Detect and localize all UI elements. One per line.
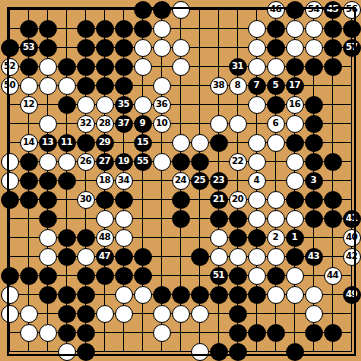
- board-intersection[interactable]: [0, 152, 19, 171]
- board-intersection[interactable]: [228, 114, 247, 133]
- board-intersection[interactable]: [0, 266, 19, 285]
- board-intersection[interactable]: [19, 304, 38, 323]
- board-intersection[interactable]: 50: [0, 76, 19, 95]
- board-intersection[interactable]: [57, 114, 76, 133]
- board-intersection[interactable]: [171, 209, 190, 228]
- board-intersection[interactable]: [19, 0, 38, 19]
- board-intersection[interactable]: [114, 209, 133, 228]
- board-intersection[interactable]: [266, 266, 285, 285]
- board-intersection[interactable]: [190, 152, 209, 171]
- board-intersection[interactable]: [57, 38, 76, 57]
- board-intersection[interactable]: [114, 19, 133, 38]
- board-intersection[interactable]: 48: [95, 228, 114, 247]
- board-intersection[interactable]: [114, 266, 133, 285]
- board-intersection[interactable]: [57, 95, 76, 114]
- board-intersection[interactable]: 54: [304, 0, 323, 19]
- board-intersection[interactable]: [323, 285, 342, 304]
- board-intersection[interactable]: [38, 57, 57, 76]
- board-intersection[interactable]: [19, 171, 38, 190]
- board-intersection[interactable]: [114, 323, 133, 342]
- board-intersection[interactable]: [285, 285, 304, 304]
- board-intersection[interactable]: [38, 209, 57, 228]
- board-intersection[interactable]: [285, 38, 304, 57]
- board-intersection[interactable]: [95, 285, 114, 304]
- board-intersection[interactable]: [133, 38, 152, 57]
- board-intersection[interactable]: [342, 323, 361, 342]
- board-intersection[interactable]: [209, 342, 228, 361]
- board-intersection[interactable]: [171, 114, 190, 133]
- board-intersection[interactable]: [152, 323, 171, 342]
- board-intersection[interactable]: [38, 19, 57, 38]
- board-intersection[interactable]: [285, 0, 304, 19]
- board-intersection[interactable]: [190, 342, 209, 361]
- board-intersection[interactable]: [19, 19, 38, 38]
- board-intersection[interactable]: [228, 133, 247, 152]
- board-intersection[interactable]: [323, 171, 342, 190]
- board-intersection[interactable]: [0, 342, 19, 361]
- board-intersection[interactable]: [152, 57, 171, 76]
- board-intersection[interactable]: 32: [76, 114, 95, 133]
- board-intersection[interactable]: [190, 57, 209, 76]
- board-intersection[interactable]: [152, 0, 171, 19]
- board-intersection[interactable]: [190, 95, 209, 114]
- board-intersection[interactable]: [133, 171, 152, 190]
- board-intersection[interactable]: [323, 152, 342, 171]
- board-intersection[interactable]: [152, 171, 171, 190]
- board-intersection[interactable]: [323, 247, 342, 266]
- board-intersection[interactable]: [304, 152, 323, 171]
- board-intersection[interactable]: [152, 342, 171, 361]
- board-intersection[interactable]: [323, 190, 342, 209]
- board-intersection[interactable]: [342, 95, 361, 114]
- board-intersection[interactable]: 5: [266, 76, 285, 95]
- board-intersection[interactable]: [133, 247, 152, 266]
- board-intersection[interactable]: [76, 76, 95, 95]
- board-intersection[interactable]: [304, 323, 323, 342]
- board-intersection[interactable]: [247, 285, 266, 304]
- board-intersection[interactable]: [247, 304, 266, 323]
- board-intersection[interactable]: [19, 152, 38, 171]
- board-intersection[interactable]: [133, 285, 152, 304]
- board-intersection[interactable]: [152, 285, 171, 304]
- board-intersection[interactable]: [76, 304, 95, 323]
- board-intersection[interactable]: 43: [304, 247, 323, 266]
- board-intersection[interactable]: [19, 57, 38, 76]
- board-intersection[interactable]: [0, 190, 19, 209]
- board-intersection[interactable]: 29: [95, 133, 114, 152]
- board-intersection[interactable]: [95, 57, 114, 76]
- board-intersection[interactable]: 40: [342, 228, 361, 247]
- board-intersection[interactable]: 35: [114, 95, 133, 114]
- board-intersection[interactable]: [304, 38, 323, 57]
- board-intersection[interactable]: [171, 152, 190, 171]
- board-intersection[interactable]: [133, 228, 152, 247]
- board-intersection[interactable]: [171, 57, 190, 76]
- board-intersection[interactable]: [152, 228, 171, 247]
- board-intersection[interactable]: [57, 57, 76, 76]
- board-intersection[interactable]: [190, 190, 209, 209]
- board-intersection[interactable]: 26: [76, 152, 95, 171]
- board-intersection[interactable]: 55: [133, 152, 152, 171]
- board-intersection[interactable]: [57, 247, 76, 266]
- board-intersection[interactable]: [76, 342, 95, 361]
- board-intersection[interactable]: [152, 304, 171, 323]
- board-intersection[interactable]: [190, 304, 209, 323]
- board-intersection[interactable]: [0, 304, 19, 323]
- board-intersection[interactable]: [342, 152, 361, 171]
- board-intersection[interactable]: [38, 0, 57, 19]
- board-intersection[interactable]: [0, 133, 19, 152]
- board-intersection[interactable]: [0, 0, 19, 19]
- board-intersection[interactable]: [285, 304, 304, 323]
- board-intersection[interactable]: [228, 209, 247, 228]
- board-intersection[interactable]: [171, 266, 190, 285]
- board-intersection[interactable]: [323, 76, 342, 95]
- board-intersection[interactable]: [152, 133, 171, 152]
- board-intersection[interactable]: [133, 304, 152, 323]
- board-intersection[interactable]: 52: [0, 57, 19, 76]
- board-intersection[interactable]: [19, 247, 38, 266]
- board-intersection[interactable]: 9: [133, 114, 152, 133]
- board-intersection[interactable]: [95, 76, 114, 95]
- board-intersection[interactable]: [171, 228, 190, 247]
- board-intersection[interactable]: 38: [209, 76, 228, 95]
- board-intersection[interactable]: [323, 38, 342, 57]
- board-intersection[interactable]: [76, 38, 95, 57]
- board-intersection[interactable]: [266, 304, 285, 323]
- board-intersection[interactable]: [285, 266, 304, 285]
- board-intersection[interactable]: [38, 342, 57, 361]
- board-intersection[interactable]: [342, 190, 361, 209]
- board-intersection[interactable]: [133, 0, 152, 19]
- board-intersection[interactable]: [247, 57, 266, 76]
- board-intersection[interactable]: [266, 190, 285, 209]
- board-intersection[interactable]: [285, 152, 304, 171]
- board-intersection[interactable]: 46: [266, 0, 285, 19]
- board-intersection[interactable]: [190, 285, 209, 304]
- board-intersection[interactable]: [209, 0, 228, 19]
- board-intersection[interactable]: [323, 57, 342, 76]
- board-intersection[interactable]: [285, 209, 304, 228]
- board-intersection[interactable]: [19, 228, 38, 247]
- board-intersection[interactable]: [342, 57, 361, 76]
- board-intersection[interactable]: [171, 0, 190, 19]
- board-intersection[interactable]: [38, 114, 57, 133]
- board-intersection[interactable]: [190, 209, 209, 228]
- board-intersection[interactable]: [38, 285, 57, 304]
- board-intersection[interactable]: [228, 38, 247, 57]
- board-intersection[interactable]: [19, 76, 38, 95]
- board-intersection[interactable]: [247, 342, 266, 361]
- board-intersection[interactable]: [285, 114, 304, 133]
- board-intersection[interactable]: [19, 285, 38, 304]
- board-intersection[interactable]: [57, 342, 76, 361]
- board-intersection[interactable]: [285, 57, 304, 76]
- board-intersection[interactable]: [133, 323, 152, 342]
- board-intersection[interactable]: [19, 190, 38, 209]
- board-intersection[interactable]: 37: [114, 114, 133, 133]
- board-intersection[interactable]: [76, 247, 95, 266]
- board-intersection[interactable]: [323, 209, 342, 228]
- board-intersection[interactable]: [114, 57, 133, 76]
- board-intersection[interactable]: [152, 247, 171, 266]
- board-intersection[interactable]: [247, 247, 266, 266]
- board-intersection[interactable]: [171, 285, 190, 304]
- board-intersection[interactable]: 13: [38, 133, 57, 152]
- board-intersection[interactable]: [266, 323, 285, 342]
- board-intersection[interactable]: 7: [247, 76, 266, 95]
- board-intersection[interactable]: [342, 342, 361, 361]
- board-intersection[interactable]: [57, 266, 76, 285]
- board-intersection[interactable]: [247, 152, 266, 171]
- board-intersection[interactable]: [285, 133, 304, 152]
- board-intersection[interactable]: [95, 19, 114, 38]
- board-intersection[interactable]: 42: [342, 247, 361, 266]
- board-intersection[interactable]: [209, 209, 228, 228]
- board-intersection[interactable]: [247, 266, 266, 285]
- board-intersection[interactable]: [38, 266, 57, 285]
- board-intersection[interactable]: [266, 342, 285, 361]
- board-intersection[interactable]: [114, 190, 133, 209]
- board-intersection[interactable]: [171, 38, 190, 57]
- board-intersection[interactable]: [285, 19, 304, 38]
- board-intersection[interactable]: [114, 0, 133, 19]
- board-intersection[interactable]: [323, 304, 342, 323]
- board-intersection[interactable]: [133, 57, 152, 76]
- board-intersection[interactable]: [209, 38, 228, 57]
- board-intersection[interactable]: [171, 247, 190, 266]
- board-intersection[interactable]: [38, 152, 57, 171]
- board-intersection[interactable]: [95, 95, 114, 114]
- board-intersection[interactable]: 51: [209, 266, 228, 285]
- board-intersection[interactable]: 30: [76, 190, 95, 209]
- board-intersection[interactable]: [190, 133, 209, 152]
- board-intersection[interactable]: [57, 304, 76, 323]
- board-intersection[interactable]: [38, 190, 57, 209]
- board-intersection[interactable]: [171, 19, 190, 38]
- board-intersection[interactable]: 2: [266, 228, 285, 247]
- board-intersection[interactable]: [0, 247, 19, 266]
- board-intersection[interactable]: [114, 342, 133, 361]
- board-intersection[interactable]: 22: [228, 152, 247, 171]
- board-intersection[interactable]: 12: [19, 95, 38, 114]
- board-intersection[interactable]: [304, 342, 323, 361]
- board-intersection[interactable]: [76, 95, 95, 114]
- board-intersection[interactable]: 24: [171, 171, 190, 190]
- board-intersection[interactable]: 45: [323, 0, 342, 19]
- board-intersection[interactable]: [0, 95, 19, 114]
- board-intersection[interactable]: [76, 266, 95, 285]
- board-intersection[interactable]: [247, 190, 266, 209]
- board-intersection[interactable]: 44: [323, 266, 342, 285]
- board-intersection[interactable]: [114, 228, 133, 247]
- board-intersection[interactable]: [76, 133, 95, 152]
- board-intersection[interactable]: [76, 228, 95, 247]
- board-intersection[interactable]: [38, 38, 57, 57]
- board-intersection[interactable]: [266, 95, 285, 114]
- board-intersection[interactable]: [304, 266, 323, 285]
- board-intersection[interactable]: 27: [95, 152, 114, 171]
- board-intersection[interactable]: 1: [285, 228, 304, 247]
- board-intersection[interactable]: [228, 266, 247, 285]
- board-intersection[interactable]: [228, 304, 247, 323]
- board-intersection[interactable]: [209, 152, 228, 171]
- board-intersection[interactable]: 17: [285, 76, 304, 95]
- board-intersection[interactable]: [0, 228, 19, 247]
- board-intersection[interactable]: [171, 95, 190, 114]
- board-intersection[interactable]: [171, 133, 190, 152]
- board-intersection[interactable]: [228, 323, 247, 342]
- board-intersection[interactable]: [304, 285, 323, 304]
- board-intersection[interactable]: [285, 190, 304, 209]
- board-intersection[interactable]: [304, 76, 323, 95]
- board-intersection[interactable]: [247, 38, 266, 57]
- board-intersection[interactable]: [209, 114, 228, 133]
- board-intersection[interactable]: [38, 304, 57, 323]
- board-intersection[interactable]: [152, 152, 171, 171]
- board-intersection[interactable]: [266, 247, 285, 266]
- board-intersection[interactable]: [190, 0, 209, 19]
- board-intersection[interactable]: [285, 323, 304, 342]
- board-intersection[interactable]: [190, 266, 209, 285]
- board-intersection[interactable]: [57, 323, 76, 342]
- board-intersection[interactable]: [190, 228, 209, 247]
- board-intersection[interactable]: [95, 190, 114, 209]
- board-intersection[interactable]: [57, 19, 76, 38]
- board-intersection[interactable]: 28: [95, 114, 114, 133]
- board-intersection[interactable]: [57, 152, 76, 171]
- board-intersection[interactable]: [38, 95, 57, 114]
- board-intersection[interactable]: [95, 0, 114, 19]
- board-intersection[interactable]: 57: [342, 38, 361, 57]
- board-intersection[interactable]: [228, 171, 247, 190]
- board-intersection[interactable]: [57, 209, 76, 228]
- board-intersection[interactable]: 11: [57, 133, 76, 152]
- board-intersection[interactable]: [19, 323, 38, 342]
- board-intersection[interactable]: [57, 76, 76, 95]
- board-intersection[interactable]: [342, 304, 361, 323]
- board-intersection[interactable]: 16: [285, 95, 304, 114]
- board-intersection[interactable]: [38, 76, 57, 95]
- board-intersection[interactable]: [114, 247, 133, 266]
- board-intersection[interactable]: [323, 114, 342, 133]
- board-intersection[interactable]: [76, 19, 95, 38]
- board-intersection[interactable]: [171, 190, 190, 209]
- board-intersection[interactable]: [152, 209, 171, 228]
- board-intersection[interactable]: 14: [19, 133, 38, 152]
- board-intersection[interactable]: [76, 171, 95, 190]
- board-intersection[interactable]: [247, 19, 266, 38]
- board-intersection[interactable]: 34: [114, 171, 133, 190]
- board-intersection[interactable]: [152, 19, 171, 38]
- board-intersection[interactable]: [0, 209, 19, 228]
- board-intersection[interactable]: [0, 285, 19, 304]
- board-intersection[interactable]: [304, 95, 323, 114]
- board-intersection[interactable]: [247, 0, 266, 19]
- board-intersection[interactable]: [152, 190, 171, 209]
- board-intersection[interactable]: [228, 0, 247, 19]
- board-intersection[interactable]: [114, 38, 133, 57]
- board-intersection[interactable]: 3: [304, 171, 323, 190]
- board-intersection[interactable]: 19: [114, 152, 133, 171]
- board-intersection[interactable]: [266, 152, 285, 171]
- board-intersection[interactable]: [304, 114, 323, 133]
- board-intersection[interactable]: [0, 19, 19, 38]
- board-intersection[interactable]: [247, 209, 266, 228]
- board-intersection[interactable]: [190, 114, 209, 133]
- board-intersection[interactable]: [95, 342, 114, 361]
- board-intersection[interactable]: 10: [152, 114, 171, 133]
- board-intersection[interactable]: [95, 266, 114, 285]
- board-intersection[interactable]: [152, 266, 171, 285]
- board-intersection[interactable]: 36: [152, 95, 171, 114]
- board-intersection[interactable]: [209, 323, 228, 342]
- board-intersection[interactable]: [114, 133, 133, 152]
- board-intersection[interactable]: [323, 95, 342, 114]
- board-intersection[interactable]: [76, 0, 95, 19]
- board-intersection[interactable]: [247, 133, 266, 152]
- board-intersection[interactable]: [228, 342, 247, 361]
- board-intersection[interactable]: [114, 304, 133, 323]
- board-intersection[interactable]: 4: [247, 171, 266, 190]
- board-intersection[interactable]: [266, 38, 285, 57]
- board-intersection[interactable]: [209, 228, 228, 247]
- board-intersection[interactable]: [247, 228, 266, 247]
- board-intersection[interactable]: [57, 0, 76, 19]
- board-intersection[interactable]: [209, 95, 228, 114]
- board-intersection[interactable]: [304, 209, 323, 228]
- board-intersection[interactable]: [247, 114, 266, 133]
- board-intersection[interactable]: [190, 247, 209, 266]
- board-intersection[interactable]: [171, 323, 190, 342]
- board-intersection[interactable]: [323, 133, 342, 152]
- board-intersection[interactable]: [266, 171, 285, 190]
- board-intersection[interactable]: [304, 57, 323, 76]
- board-intersection[interactable]: [209, 19, 228, 38]
- board-intersection[interactable]: [133, 342, 152, 361]
- board-intersection[interactable]: [133, 209, 152, 228]
- board-intersection[interactable]: [152, 38, 171, 57]
- board-intersection[interactable]: [285, 247, 304, 266]
- board-intersection[interactable]: [190, 19, 209, 38]
- board-intersection[interactable]: [38, 228, 57, 247]
- board-intersection[interactable]: [342, 76, 361, 95]
- board-intersection[interactable]: [247, 95, 266, 114]
- board-intersection[interactable]: [323, 228, 342, 247]
- board-intersection[interactable]: 31: [228, 57, 247, 76]
- board-intersection[interactable]: 18: [95, 171, 114, 190]
- board-intersection[interactable]: [266, 285, 285, 304]
- board-intersection[interactable]: [304, 19, 323, 38]
- board-intersection[interactable]: 20: [228, 190, 247, 209]
- board-intersection[interactable]: [38, 323, 57, 342]
- board-intersection[interactable]: 23: [209, 171, 228, 190]
- board-intersection[interactable]: [266, 133, 285, 152]
- board-intersection[interactable]: [95, 304, 114, 323]
- board-intersection[interactable]: [304, 304, 323, 323]
- board-intersection[interactable]: [342, 266, 361, 285]
- board-intersection[interactable]: [209, 247, 228, 266]
- board-intersection[interactable]: [95, 209, 114, 228]
- board-intersection[interactable]: [114, 285, 133, 304]
- board-intersection[interactable]: [0, 114, 19, 133]
- board-intersection[interactable]: [57, 228, 76, 247]
- board-intersection[interactable]: [209, 133, 228, 152]
- board-intersection[interactable]: [342, 19, 361, 38]
- board-intersection[interactable]: 6: [266, 114, 285, 133]
- board-intersection[interactable]: [266, 19, 285, 38]
- board-intersection[interactable]: [304, 228, 323, 247]
